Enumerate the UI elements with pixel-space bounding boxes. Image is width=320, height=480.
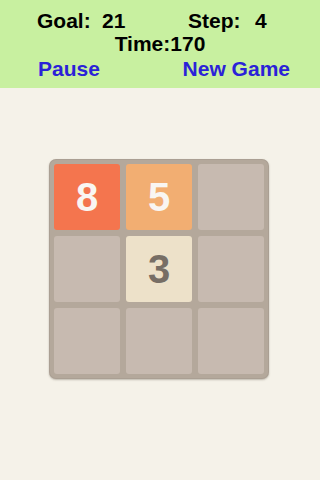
goal-label: Goal: [37,9,91,33]
new-game-button[interactable]: New Game [183,57,290,81]
empty-cell-r1c3 [198,164,264,230]
time-value: 170 [170,32,205,55]
step-value: 4 [255,9,267,33]
step-label: Step: [188,9,241,33]
time-label: Time: [115,32,171,55]
empty-cell-r3c3 [198,308,264,374]
tile-5: 5 [126,164,192,230]
empty-cell-r3c1 [54,308,120,374]
empty-cell-r2c3 [198,236,264,302]
empty-cell-r2c1 [54,236,120,302]
status-header: Goal: 21 Step: 4 Time:170 Pause New Game [0,0,320,88]
tile-8: 8 [54,164,120,230]
goal-value: 21 [102,9,125,33]
game-board[interactable]: 853 [49,159,269,379]
pause-button[interactable]: Pause [38,57,100,81]
app-screen: Goal: 21 Step: 4 Time:170 Pause New Game… [0,0,320,480]
tile-3: 3 [126,236,192,302]
empty-cell-r3c2 [126,308,192,374]
time-row: Time:170 [0,32,320,56]
